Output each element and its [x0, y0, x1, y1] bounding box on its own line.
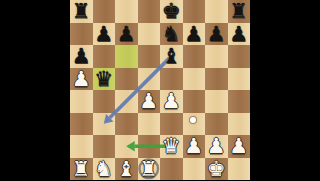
square-d5[interactable] — [138, 68, 161, 91]
square-f1[interactable] — [183, 158, 206, 181]
square-e3[interactable] — [160, 113, 183, 136]
square-d3[interactable] — [138, 113, 161, 136]
square-d6[interactable] — [138, 45, 161, 68]
square-a7[interactable] — [70, 23, 93, 46]
black-pawn-h7[interactable]: ♟ — [228, 23, 251, 46]
square-h5[interactable] — [228, 68, 251, 91]
square-a4[interactable] — [70, 90, 93, 113]
white-rook-a1[interactable]: ♜ — [70, 158, 93, 181]
black-pawn-a6[interactable]: ♟ — [70, 45, 93, 68]
square-c8[interactable] — [115, 0, 138, 23]
square-h4[interactable] — [228, 90, 251, 113]
black-pawn-g7[interactable]: ♟ — [205, 23, 228, 46]
square-a2[interactable] — [70, 135, 93, 158]
white-rook-d1[interactable]: ♜ — [138, 158, 161, 181]
white-knight-b1[interactable]: ♞ — [93, 158, 116, 181]
square-d2[interactable] — [138, 135, 161, 158]
black-queen-b5[interactable]: ♛ — [93, 68, 116, 91]
white-bishop-c1[interactable]: ♝ — [115, 158, 138, 181]
square-c6[interactable] — [115, 45, 138, 68]
square-h1[interactable] — [228, 158, 251, 181]
square-h6[interactable] — [228, 45, 251, 68]
square-f3[interactable] — [183, 113, 206, 136]
square-g5[interactable] — [205, 68, 228, 91]
black-pawn-f7[interactable]: ♟ — [183, 23, 206, 46]
white-pawn-e4[interactable]: ♟ — [160, 90, 183, 113]
white-pawn-a5[interactable]: ♟ — [70, 68, 93, 91]
square-b3[interactable] — [93, 113, 116, 136]
square-c2[interactable] — [115, 135, 138, 158]
white-pawn-d4[interactable]: ♟ — [138, 90, 161, 113]
black-rook-h8[interactable]: ♜ — [228, 0, 251, 23]
black-king-e8[interactable]: ♚ — [160, 0, 183, 23]
square-d8[interactable] — [138, 0, 161, 23]
square-b8[interactable] — [93, 0, 116, 23]
square-c3[interactable] — [115, 113, 138, 136]
square-a3[interactable] — [70, 113, 93, 136]
square-c4[interactable] — [115, 90, 138, 113]
square-f8[interactable] — [183, 0, 206, 23]
white-queen-e2[interactable]: ♛ — [160, 135, 183, 158]
square-f5[interactable] — [183, 68, 206, 91]
black-knight-e7[interactable]: ♞ — [160, 23, 183, 46]
square-f4[interactable] — [183, 90, 206, 113]
square-g6[interactable] — [205, 45, 228, 68]
square-g3[interactable] — [205, 113, 228, 136]
square-g8[interactable] — [205, 0, 228, 23]
square-c5[interactable] — [115, 68, 138, 91]
black-pawn-c7[interactable]: ♟ — [115, 23, 138, 46]
square-f6[interactable] — [183, 45, 206, 68]
white-king-g1[interactable]: ♚ — [205, 158, 228, 181]
black-bishop-e6[interactable]: ♝ — [160, 45, 183, 68]
square-b2[interactable] — [93, 135, 116, 158]
square-d7[interactable] — [138, 23, 161, 46]
white-pawn-f2[interactable]: ♟ — [183, 135, 206, 158]
square-e5[interactable] — [160, 68, 183, 91]
white-pawn-h2[interactable]: ♟ — [228, 135, 251, 158]
square-b4[interactable] — [93, 90, 116, 113]
white-pawn-g2[interactable]: ♟ — [205, 135, 228, 158]
square-g4[interactable] — [205, 90, 228, 113]
black-rook-a8[interactable]: ♜ — [70, 0, 93, 23]
square-b6[interactable] — [93, 45, 116, 68]
black-pawn-b7[interactable]: ♟ — [93, 23, 116, 46]
square-h3[interactable] — [228, 113, 251, 136]
square-e1[interactable] — [160, 158, 183, 181]
app-background: ♜♚♜♟♟♞♟♟♟♟♝♟♛♟♟♛♟♟♟♜♞♝♜♚ — [0, 0, 320, 180]
